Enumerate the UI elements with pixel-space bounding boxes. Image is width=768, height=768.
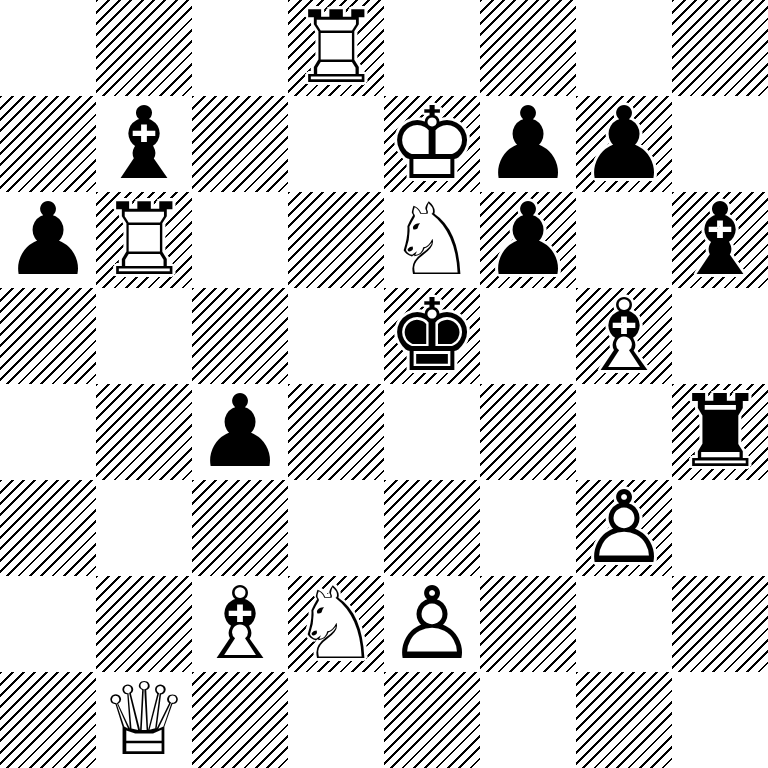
- square-h6[interactable]: ♝: [672, 192, 768, 288]
- square-b1[interactable]: ♛♕: [96, 672, 192, 768]
- white-knight-piece[interactable]: ♞♘: [288, 576, 384, 672]
- piece-outline-glyph: ♔: [384, 96, 480, 192]
- square-g1[interactable]: [576, 672, 672, 768]
- square-e2[interactable]: ♟♙: [384, 576, 480, 672]
- black-pawn-piece[interactable]: ♟: [480, 192, 576, 288]
- white-rook-piece[interactable]: ♜♖: [96, 192, 192, 288]
- square-f8[interactable]: [480, 0, 576, 96]
- piece-fill-glyph: ♚: [384, 288, 480, 384]
- square-g4[interactable]: [576, 384, 672, 480]
- piece-fill-glyph: ♜: [672, 384, 768, 480]
- piece-outline-glyph: ♕: [96, 672, 192, 768]
- white-pawn-piece[interactable]: ♟♙: [576, 480, 672, 576]
- black-pawn-piece[interactable]: ♟: [192, 384, 288, 480]
- square-f7[interactable]: ♟: [480, 96, 576, 192]
- square-d3[interactable]: [288, 480, 384, 576]
- square-c5[interactable]: [192, 288, 288, 384]
- square-h3[interactable]: [672, 480, 768, 576]
- square-d6[interactable]: [288, 192, 384, 288]
- square-a3[interactable]: [0, 480, 96, 576]
- square-c8[interactable]: [192, 0, 288, 96]
- piece-outline-glyph: ♖: [288, 0, 384, 96]
- piece-fill-glyph: ♟: [480, 96, 576, 192]
- square-b5[interactable]: [96, 288, 192, 384]
- square-f3[interactable]: [480, 480, 576, 576]
- piece-fill-glyph: ♟: [576, 96, 672, 192]
- square-c7[interactable]: [192, 96, 288, 192]
- piece-fill-glyph: ♝: [672, 192, 768, 288]
- square-h8[interactable]: [672, 0, 768, 96]
- piece-fill-glyph: ♟: [192, 384, 288, 480]
- square-e8[interactable]: [384, 0, 480, 96]
- square-g8[interactable]: [576, 0, 672, 96]
- white-queen-piece[interactable]: ♛♕: [96, 672, 192, 768]
- square-e5[interactable]: ♚: [384, 288, 480, 384]
- white-knight-piece[interactable]: ♞♘: [384, 192, 480, 288]
- black-king-piece[interactable]: ♚: [384, 288, 480, 384]
- square-d8[interactable]: ♜♖: [288, 0, 384, 96]
- black-pawn-piece[interactable]: ♟: [576, 96, 672, 192]
- piece-outline-glyph: ♙: [384, 576, 480, 672]
- white-king-piece[interactable]: ♚♔: [384, 96, 480, 192]
- square-c4[interactable]: ♟: [192, 384, 288, 480]
- square-f4[interactable]: [480, 384, 576, 480]
- square-d2[interactable]: ♞♘: [288, 576, 384, 672]
- square-g7[interactable]: ♟: [576, 96, 672, 192]
- square-h1[interactable]: [672, 672, 768, 768]
- black-bishop-piece[interactable]: ♝: [96, 96, 192, 192]
- square-g3[interactable]: ♟♙: [576, 480, 672, 576]
- square-d7[interactable]: [288, 96, 384, 192]
- square-f1[interactable]: [480, 672, 576, 768]
- black-pawn-piece[interactable]: ♟: [0, 192, 96, 288]
- square-f6[interactable]: ♟: [480, 192, 576, 288]
- square-h7[interactable]: [672, 96, 768, 192]
- square-d4[interactable]: [288, 384, 384, 480]
- white-pawn-piece[interactable]: ♟♙: [384, 576, 480, 672]
- square-b8[interactable]: [96, 0, 192, 96]
- black-bishop-piece[interactable]: ♝: [672, 192, 768, 288]
- square-c3[interactable]: [192, 480, 288, 576]
- piece-fill-glyph: ♟: [480, 192, 576, 288]
- square-b2[interactable]: [96, 576, 192, 672]
- piece-fill-glyph: ♝: [96, 96, 192, 192]
- square-c6[interactable]: [192, 192, 288, 288]
- piece-outline-glyph: ♗: [192, 576, 288, 672]
- square-g6[interactable]: [576, 192, 672, 288]
- square-h5[interactable]: [672, 288, 768, 384]
- white-rook-piece[interactable]: ♜♖: [288, 0, 384, 96]
- square-b7[interactable]: ♝: [96, 96, 192, 192]
- piece-outline-glyph: ♗: [576, 288, 672, 384]
- square-a2[interactable]: [0, 576, 96, 672]
- square-e1[interactable]: [384, 672, 480, 768]
- square-h4[interactable]: ♜: [672, 384, 768, 480]
- square-e3[interactable]: [384, 480, 480, 576]
- square-a8[interactable]: [0, 0, 96, 96]
- white-bishop-piece[interactable]: ♝♗: [576, 288, 672, 384]
- square-e6[interactable]: ♞♘: [384, 192, 480, 288]
- square-f5[interactable]: [480, 288, 576, 384]
- square-g2[interactable]: [576, 576, 672, 672]
- square-a4[interactable]: [0, 384, 96, 480]
- piece-outline-glyph: ♘: [384, 192, 480, 288]
- square-d1[interactable]: [288, 672, 384, 768]
- square-a7[interactable]: [0, 96, 96, 192]
- piece-fill-glyph: ♟: [0, 192, 96, 288]
- square-h2[interactable]: [672, 576, 768, 672]
- square-c2[interactable]: ♝♗: [192, 576, 288, 672]
- black-pawn-piece[interactable]: ♟: [480, 96, 576, 192]
- square-e7[interactable]: ♚♔: [384, 96, 480, 192]
- square-e4[interactable]: [384, 384, 480, 480]
- black-rook-piece[interactable]: ♜: [672, 384, 768, 480]
- square-a1[interactable]: [0, 672, 96, 768]
- square-b6[interactable]: ♜♖: [96, 192, 192, 288]
- piece-outline-glyph: ♘: [288, 576, 384, 672]
- square-a5[interactable]: [0, 288, 96, 384]
- square-b4[interactable]: [96, 384, 192, 480]
- piece-outline-glyph: ♙: [576, 480, 672, 576]
- square-d5[interactable]: [288, 288, 384, 384]
- piece-outline-glyph: ♖: [96, 192, 192, 288]
- chess-board: ♜♖♝♚♔♟♟♟♜♖♞♘♟♝♚♝♗♟♜♟♙♝♗♞♘♟♙♛♕: [0, 0, 768, 768]
- square-f2[interactable]: [480, 576, 576, 672]
- square-b3[interactable]: [96, 480, 192, 576]
- white-bishop-piece[interactable]: ♝♗: [192, 576, 288, 672]
- square-g5[interactable]: ♝♗: [576, 288, 672, 384]
- square-a6[interactable]: ♟: [0, 192, 96, 288]
- square-c1[interactable]: [192, 672, 288, 768]
